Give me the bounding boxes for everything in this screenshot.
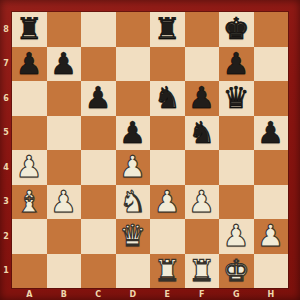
- file-labels: ABCDEFGH: [12, 288, 288, 300]
- square-h5[interactable]: ♟: [254, 116, 289, 151]
- square-f5[interactable]: ♞: [185, 116, 220, 151]
- square-d4[interactable]: ♟: [116, 150, 151, 185]
- file-label-h: H: [254, 288, 289, 300]
- square-c6[interactable]: ♟: [81, 81, 116, 116]
- square-e4[interactable]: [150, 150, 185, 185]
- square-h4[interactable]: [254, 150, 289, 185]
- square-e2[interactable]: [150, 219, 185, 254]
- black-pawn-c6[interactable]: ♟: [81, 81, 116, 116]
- square-a3[interactable]: ♝: [12, 185, 47, 220]
- chess-board-frame: ♜♜♚♟♟♟♟♞♟♛♟♞♟♟♟♝♟♞♟♟♛♟♟♜♜♚ 87654321 ABCD…: [0, 0, 300, 300]
- square-b2[interactable]: [47, 219, 82, 254]
- square-a7[interactable]: ♟: [12, 47, 47, 82]
- square-b3[interactable]: ♟: [47, 185, 82, 220]
- square-d2[interactable]: ♛: [116, 219, 151, 254]
- square-f6[interactable]: ♟: [185, 81, 220, 116]
- square-f7[interactable]: [185, 47, 220, 82]
- square-g1[interactable]: ♚: [219, 254, 254, 289]
- square-a5[interactable]: [12, 116, 47, 151]
- square-h3[interactable]: [254, 185, 289, 220]
- rank-label-1: 1: [0, 254, 12, 289]
- square-d3[interactable]: ♞: [116, 185, 151, 220]
- white-king-g1[interactable]: ♚: [219, 254, 254, 289]
- rank-label-8: 8: [0, 12, 12, 47]
- square-d6[interactable]: [116, 81, 151, 116]
- square-f3[interactable]: ♟: [185, 185, 220, 220]
- square-c2[interactable]: [81, 219, 116, 254]
- square-g3[interactable]: [219, 185, 254, 220]
- square-h2[interactable]: ♟: [254, 219, 289, 254]
- file-label-g: G: [219, 288, 254, 300]
- square-c8[interactable]: [81, 12, 116, 47]
- square-f2[interactable]: [185, 219, 220, 254]
- rank-label-3: 3: [0, 185, 12, 220]
- board: ♜♜♚♟♟♟♟♞♟♛♟♞♟♟♟♝♟♞♟♟♛♟♟♜♜♚: [12, 12, 288, 288]
- square-a2[interactable]: [12, 219, 47, 254]
- square-h8[interactable]: [254, 12, 289, 47]
- square-f1[interactable]: ♜: [185, 254, 220, 289]
- square-f8[interactable]: [185, 12, 220, 47]
- black-queen-g6[interactable]: ♛: [219, 81, 254, 116]
- black-pawn-h5[interactable]: ♟: [254, 116, 289, 151]
- black-pawn-f6[interactable]: ♟: [185, 81, 220, 116]
- white-pawn-h2[interactable]: ♟: [254, 219, 289, 254]
- square-h7[interactable]: [254, 47, 289, 82]
- square-a4[interactable]: ♟: [12, 150, 47, 185]
- square-a1[interactable]: [12, 254, 47, 289]
- square-b1[interactable]: [47, 254, 82, 289]
- white-bishop-a3[interactable]: ♝: [12, 185, 47, 220]
- file-label-b: B: [47, 288, 82, 300]
- square-h6[interactable]: [254, 81, 289, 116]
- black-knight-e6[interactable]: ♞: [150, 81, 185, 116]
- white-rook-f1[interactable]: ♜: [185, 254, 220, 289]
- square-d8[interactable]: [116, 12, 151, 47]
- square-c1[interactable]: [81, 254, 116, 289]
- rank-label-4: 4: [0, 150, 12, 185]
- white-pawn-g2[interactable]: ♟: [219, 219, 254, 254]
- square-a6[interactable]: [12, 81, 47, 116]
- square-c3[interactable]: [81, 185, 116, 220]
- square-c5[interactable]: [81, 116, 116, 151]
- square-h1[interactable]: [254, 254, 289, 289]
- white-pawn-e3[interactable]: ♟: [150, 185, 185, 220]
- square-g6[interactable]: ♛: [219, 81, 254, 116]
- black-pawn-d5[interactable]: ♟: [116, 116, 151, 151]
- rank-label-6: 6: [0, 81, 12, 116]
- square-b4[interactable]: [47, 150, 82, 185]
- white-pawn-f3[interactable]: ♟: [185, 185, 220, 220]
- square-e7[interactable]: [150, 47, 185, 82]
- black-pawn-b7[interactable]: ♟: [47, 47, 82, 82]
- square-g7[interactable]: ♟: [219, 47, 254, 82]
- square-e3[interactable]: ♟: [150, 185, 185, 220]
- white-pawn-b3[interactable]: ♟: [47, 185, 82, 220]
- black-pawn-g7[interactable]: ♟: [219, 47, 254, 82]
- white-pawn-a4[interactable]: ♟: [12, 150, 47, 185]
- square-g4[interactable]: [219, 150, 254, 185]
- file-label-d: D: [116, 288, 151, 300]
- black-king-g8[interactable]: ♚: [219, 12, 254, 47]
- black-rook-a8[interactable]: ♜: [12, 12, 47, 47]
- square-f4[interactable]: [185, 150, 220, 185]
- black-pawn-a7[interactable]: ♟: [12, 47, 47, 82]
- square-b8[interactable]: [47, 12, 82, 47]
- rank-label-7: 7: [0, 47, 12, 82]
- square-d7[interactable]: [116, 47, 151, 82]
- square-e8[interactable]: ♜: [150, 12, 185, 47]
- black-knight-f5[interactable]: ♞: [185, 116, 220, 151]
- square-b5[interactable]: [47, 116, 82, 151]
- file-label-e: E: [150, 288, 185, 300]
- square-b7[interactable]: ♟: [47, 47, 82, 82]
- square-e1[interactable]: ♜: [150, 254, 185, 289]
- rank-labels: 87654321: [0, 12, 12, 288]
- square-e6[interactable]: ♞: [150, 81, 185, 116]
- square-d5[interactable]: ♟: [116, 116, 151, 151]
- white-queen-d2[interactable]: ♛: [116, 219, 151, 254]
- square-a8[interactable]: ♜: [12, 12, 47, 47]
- square-b6[interactable]: [47, 81, 82, 116]
- file-label-f: F: [185, 288, 220, 300]
- rank-label-5: 5: [0, 116, 12, 151]
- white-knight-d3[interactable]: ♞: [116, 185, 151, 220]
- file-label-c: C: [81, 288, 116, 300]
- square-d1[interactable]: [116, 254, 151, 289]
- square-g8[interactable]: ♚: [219, 12, 254, 47]
- square-g5[interactable]: [219, 116, 254, 151]
- square-c7[interactable]: [81, 47, 116, 82]
- white-pawn-d4[interactable]: ♟: [116, 150, 151, 185]
- file-label-a: A: [12, 288, 47, 300]
- white-rook-e1[interactable]: ♜: [150, 254, 185, 289]
- square-e5[interactable]: [150, 116, 185, 151]
- rank-label-2: 2: [0, 219, 12, 254]
- black-rook-e8[interactable]: ♜: [150, 12, 185, 47]
- square-g2[interactable]: ♟: [219, 219, 254, 254]
- square-c4[interactable]: [81, 150, 116, 185]
